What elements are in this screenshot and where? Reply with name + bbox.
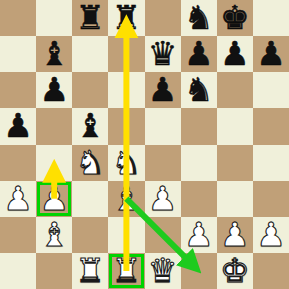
square-h1[interactable] (253, 253, 289, 289)
piece-black-pawn-e6[interactable]: ♟ (145, 72, 181, 108)
piece-white-pawn-e3[interactable]: ♟ (145, 181, 181, 217)
square-c6[interactable] (72, 72, 108, 108)
piece-black-knight-f6[interactable]: ♞ (181, 72, 217, 108)
chess-board[interactable]: ♜♜♞♚♝♛♟♟♟♟♟♞♟♝♞♞♟♟♝♟♝♟♟♟♜♜♛♚ (0, 0, 289, 289)
square-g4[interactable] (217, 145, 253, 181)
square-h6[interactable] (253, 72, 289, 108)
piece-black-king-g8[interactable]: ♚ (217, 0, 253, 36)
piece-black-bishop-c5[interactable]: ♝ (72, 108, 108, 144)
square-a3[interactable]: ♟ (0, 181, 36, 217)
square-h2[interactable]: ♟ (253, 217, 289, 253)
piece-white-rook-c1[interactable]: ♜ (72, 253, 108, 289)
piece-white-bishop-b2[interactable]: ♝ (36, 217, 72, 253)
piece-black-pawn-g7[interactable]: ♟ (217, 36, 253, 72)
square-g3[interactable] (217, 181, 253, 217)
square-b4[interactable] (36, 145, 72, 181)
piece-white-bishop-d3[interactable]: ♝ (108, 181, 144, 217)
square-b6[interactable]: ♟ (36, 72, 72, 108)
square-d5[interactable] (108, 108, 144, 144)
square-c2[interactable] (72, 217, 108, 253)
square-f2[interactable]: ♟ (181, 217, 217, 253)
square-d7[interactable] (108, 36, 144, 72)
square-c5[interactable]: ♝ (72, 108, 108, 144)
piece-white-king-g1[interactable]: ♚ (217, 253, 253, 289)
square-b7[interactable]: ♝ (36, 36, 72, 72)
square-a5[interactable]: ♟ (0, 108, 36, 144)
square-a2[interactable] (0, 217, 36, 253)
square-c8[interactable]: ♜ (72, 0, 108, 36)
square-a1[interactable] (0, 253, 36, 289)
square-g1[interactable]: ♚ (217, 253, 253, 289)
square-g7[interactable]: ♟ (217, 36, 253, 72)
square-c1[interactable]: ♜ (72, 253, 108, 289)
piece-white-pawn-g2[interactable]: ♟ (217, 217, 253, 253)
square-h4[interactable] (253, 145, 289, 181)
square-d2[interactable] (108, 217, 144, 253)
square-h5[interactable] (253, 108, 289, 144)
piece-black-rook-d8[interactable]: ♜ (108, 0, 144, 36)
square-c7[interactable] (72, 36, 108, 72)
square-h7[interactable]: ♟ (253, 36, 289, 72)
square-e2[interactable] (145, 217, 181, 253)
piece-black-pawn-a5[interactable]: ♟ (0, 108, 36, 144)
square-d4[interactable]: ♞ (108, 145, 144, 181)
piece-white-queen-e1[interactable]: ♛ (145, 253, 181, 289)
square-a6[interactable] (0, 72, 36, 108)
piece-black-queen-e7[interactable]: ♛ (145, 36, 181, 72)
square-b3[interactable]: ♟ (36, 181, 72, 217)
square-e1[interactable]: ♛ (145, 253, 181, 289)
square-g2[interactable]: ♟ (217, 217, 253, 253)
piece-white-rook-d1[interactable]: ♜ (108, 253, 144, 289)
piece-black-pawn-h7[interactable]: ♟ (253, 36, 289, 72)
piece-black-rook-c8[interactable]: ♜ (72, 0, 108, 36)
square-e3[interactable]: ♟ (145, 181, 181, 217)
square-b8[interactable] (36, 0, 72, 36)
square-e8[interactable] (145, 0, 181, 36)
piece-white-pawn-a3[interactable]: ♟ (0, 181, 36, 217)
square-d3[interactable]: ♝ (108, 181, 144, 217)
square-f6[interactable]: ♞ (181, 72, 217, 108)
square-c3[interactable] (72, 181, 108, 217)
piece-white-pawn-f2[interactable]: ♟ (181, 217, 217, 253)
square-f3[interactable] (181, 181, 217, 217)
square-b2[interactable]: ♝ (36, 217, 72, 253)
piece-white-knight-c4[interactable]: ♞ (72, 145, 108, 181)
square-d6[interactable] (108, 72, 144, 108)
piece-white-knight-d4[interactable]: ♞ (108, 145, 144, 181)
square-g5[interactable] (217, 108, 253, 144)
square-d1[interactable]: ♜ (108, 253, 144, 289)
square-d8[interactable]: ♜ (108, 0, 144, 36)
piece-white-pawn-b3[interactable]: ♟ (36, 181, 72, 217)
square-f4[interactable] (181, 145, 217, 181)
square-a7[interactable] (0, 36, 36, 72)
square-g6[interactable] (217, 72, 253, 108)
piece-black-bishop-b7[interactable]: ♝ (36, 36, 72, 72)
square-e6[interactable]: ♟ (145, 72, 181, 108)
square-a4[interactable] (0, 145, 36, 181)
piece-black-knight-f8[interactable]: ♞ (181, 0, 217, 36)
piece-black-pawn-f7[interactable]: ♟ (181, 36, 217, 72)
square-h3[interactable] (253, 181, 289, 217)
square-e4[interactable] (145, 145, 181, 181)
square-f7[interactable]: ♟ (181, 36, 217, 72)
piece-black-pawn-b6[interactable]: ♟ (36, 72, 72, 108)
square-f1[interactable] (181, 253, 217, 289)
piece-white-pawn-h2[interactable]: ♟ (253, 217, 289, 253)
square-e7[interactable]: ♛ (145, 36, 181, 72)
square-b1[interactable] (36, 253, 72, 289)
square-f5[interactable] (181, 108, 217, 144)
square-a8[interactable] (0, 0, 36, 36)
square-c4[interactable]: ♞ (72, 145, 108, 181)
square-b5[interactable] (36, 108, 72, 144)
square-e5[interactable] (145, 108, 181, 144)
square-f8[interactable]: ♞ (181, 0, 217, 36)
square-h8[interactable] (253, 0, 289, 36)
square-g8[interactable]: ♚ (217, 0, 253, 36)
